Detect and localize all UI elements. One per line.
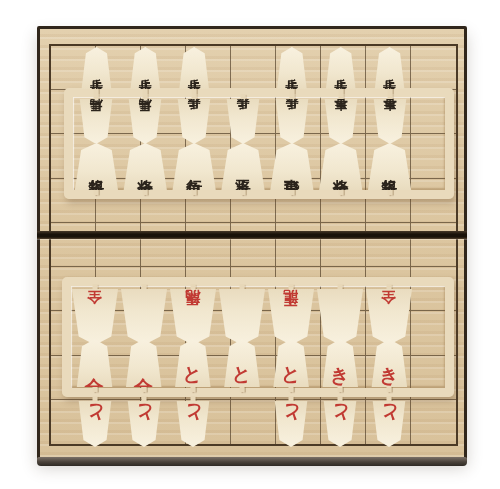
board-square[interactable] [276,223,321,267]
sprue-slot: と [70,401,119,447]
shogi-piece-silver-general[interactable]: 銀将 [367,143,412,190]
sprue-slot: 桂馬 [72,99,121,144]
sprue-slot [119,289,168,345]
shogi-piece-king-blank-back[interactable] [218,289,266,345]
shogi-piece-pawn[interactable]: 歩兵 [179,47,210,89]
sprue-slot: 桂馬 [121,99,170,144]
shogi-piece-rook[interactable]: 飛車 [269,143,314,190]
piece-kanji: と [380,414,399,435]
sprue-slot: き [316,339,365,387]
shogi-piece-promoted-rook-dragon[interactable]: 龍王 [267,289,315,345]
shogi-piece-promoted-knight[interactable]: 全 [76,339,113,387]
sprue-slot: き [365,339,414,387]
shogi-piece-tokin-promoted-pawn[interactable]: と [223,339,260,387]
sprue-slot: と [267,339,316,387]
sprue-slot: 香車 [365,99,414,144]
board-square[interactable] [51,223,96,267]
board-square[interactable] [231,223,276,267]
sprue-row-tokin-pawns: とととととと [62,401,454,447]
shogi-piece-tokin-promoted-pawn[interactable]: と [127,401,161,447]
shogi-piece-knight[interactable]: 桂馬 [128,99,162,144]
sprue-slot: と [168,401,217,447]
sprue-slot: 飛車 [267,143,316,190]
sprue-slot: と [365,401,414,447]
sprue-slot: 歩兵 [267,47,316,89]
board-square[interactable] [366,223,411,267]
piece-kanji: と [232,353,251,374]
piece-kanji: と [282,353,301,374]
shogi-piece-tokin-promoted-pawn[interactable]: と [323,401,357,447]
piece-kanji: と [183,353,202,374]
shogi-piece-pawn[interactable]: 歩兵 [325,47,356,89]
shogi-piece-promoted-lance[interactable]: き [371,339,408,387]
shogi-piece-pawn[interactable]: 歩兵 [177,99,211,144]
shogi-piece-knight[interactable]: 桂馬 [79,99,113,144]
shogi-piece-lance[interactable]: 香車 [373,99,407,144]
shogi-piece-pawn[interactable]: 歩兵 [276,47,307,89]
board-square[interactable] [411,223,456,267]
piece-kanji: き [380,353,399,374]
shogi-piece-tokin-promoted-pawn[interactable]: と [274,401,308,447]
shogi-piece-bishop[interactable]: 角行 [172,143,217,190]
sprue-slot: 玉将 [219,143,268,190]
sprue-slot: 銀将 [365,143,414,190]
shogi-piece-tokin-promoted-pawn[interactable]: と [372,401,406,447]
sprue-slot: と [267,401,316,447]
shogi-piece-lance[interactable]: 香車 [324,99,358,144]
shogi-piece-pawn[interactable]: 歩兵 [81,47,112,89]
piece-kanji: と [282,414,301,435]
shogi-piece-gold-blank-back[interactable] [120,289,168,345]
sprue-slot: 歩兵 [365,47,414,89]
shogi-piece-pawn[interactable]: 歩兵 [130,47,161,89]
sprue-row-knights-lances: 桂馬桂馬歩兵歩兵歩兵香車香車 [64,99,454,144]
shogi-piece-promoted-silver[interactable]: 全 [365,289,413,345]
sprue-row-generals: 銀将金将角行玉将飛車金将銀将 [64,143,454,190]
board-square[interactable] [96,223,141,267]
sprue-slot [217,289,266,345]
sprue-row-promoted-minors: 全全ととときき [62,339,454,387]
piece-kanji: き [331,353,350,374]
sprue-row-promoted-majors: 全龍馬龍王全 [62,289,454,345]
piece-kanji: と [331,414,350,435]
shogi-piece-promoted-silver[interactable]: 全 [71,289,119,345]
sprue-slot: 歩兵 [72,47,121,89]
shogi-piece-gold-general[interactable]: 金将 [318,143,363,190]
shogi-piece-tokin-promoted-pawn[interactable]: と [174,339,211,387]
sprue-slot: 銀将 [72,143,121,190]
sprue-slot: と [168,339,217,387]
board-square[interactable] [321,223,366,267]
sprue-slot: 歩兵 [316,47,365,89]
shogi-piece-promoted-knight[interactable]: 全 [125,339,162,387]
sprue-slot: 金将 [316,143,365,190]
sprue-slot: と [119,401,168,447]
sprue-slot: 歩兵 [121,47,170,89]
product-photo: 歩兵歩兵歩兵歩兵歩兵歩兵 桂馬桂馬歩兵歩兵歩兵香車香車 銀将金将角行玉将飛車金将… [0,0,500,489]
sprue-slot: 金将 [121,143,170,190]
sprue-slot: 全 [70,339,119,387]
sprue-slot [219,47,268,89]
shogi-piece-pawn[interactable]: 歩兵 [374,47,405,89]
sprue-slot: 歩兵 [170,99,219,144]
shogi-piece-tokin-promoted-pawn[interactable]: と [273,339,310,387]
sprue-slot: 香車 [316,99,365,144]
sprue-front-faces[interactable]: 歩兵歩兵歩兵歩兵歩兵歩兵 桂馬桂馬歩兵歩兵歩兵香車香車 銀将金将角行玉将飛車金将… [64,45,454,209]
board-fold-seam [37,231,467,239]
sprue-slot: 全 [119,339,168,387]
sprue-slot: 歩兵 [170,47,219,89]
board-square[interactable] [141,223,186,267]
shogi-piece-pawn[interactable]: 歩兵 [275,99,309,144]
board-side-edge [37,457,467,466]
board-square[interactable] [186,223,231,267]
shogi-piece-promoted-lance[interactable]: き [322,339,359,387]
shogi-board: 歩兵歩兵歩兵歩兵歩兵歩兵 桂馬桂馬歩兵歩兵歩兵香車香車 銀将金将角行玉将飛車金将… [37,26,467,460]
shogi-piece-pawn[interactable]: 歩兵 [226,99,260,144]
shogi-piece-promoted-bishop-horse[interactable]: 龍馬 [169,289,217,345]
shogi-piece-king-gyoku[interactable]: 玉将 [221,143,266,190]
piece-kanji: と [85,414,104,435]
piece-kanji: と [183,414,202,435]
sprue-slot: と [217,339,266,387]
sprue-slot: 全 [70,289,119,345]
shogi-piece-tokin-promoted-pawn[interactable]: と [78,401,112,447]
sprue-slot: 歩兵 [219,99,268,144]
shogi-piece-gold-general[interactable]: 金将 [123,143,168,190]
sprue-slot: 龍王 [267,289,316,345]
shogi-piece-silver-general[interactable]: 銀将 [74,143,119,190]
sprue-slot: 歩兵 [267,99,316,144]
shogi-piece-tokin-promoted-pawn[interactable]: と [176,401,210,447]
sprue-slot: 角行 [170,143,219,190]
sprue-slot: 全 [365,289,414,345]
sprue-slot [217,401,266,447]
sprue-row-pawns-top: 歩兵歩兵歩兵歩兵歩兵歩兵 [64,47,454,89]
piece-kanji: と [134,414,153,435]
sprue-slot: 龍馬 [168,289,217,345]
shogi-piece-gold-blank-back[interactable] [316,289,364,345]
sprue-promoted-faces[interactable]: 全龍馬龍王全 全全ととときき とととととと [62,277,454,449]
sprue-slot: と [316,401,365,447]
sprue-slot [316,289,365,345]
